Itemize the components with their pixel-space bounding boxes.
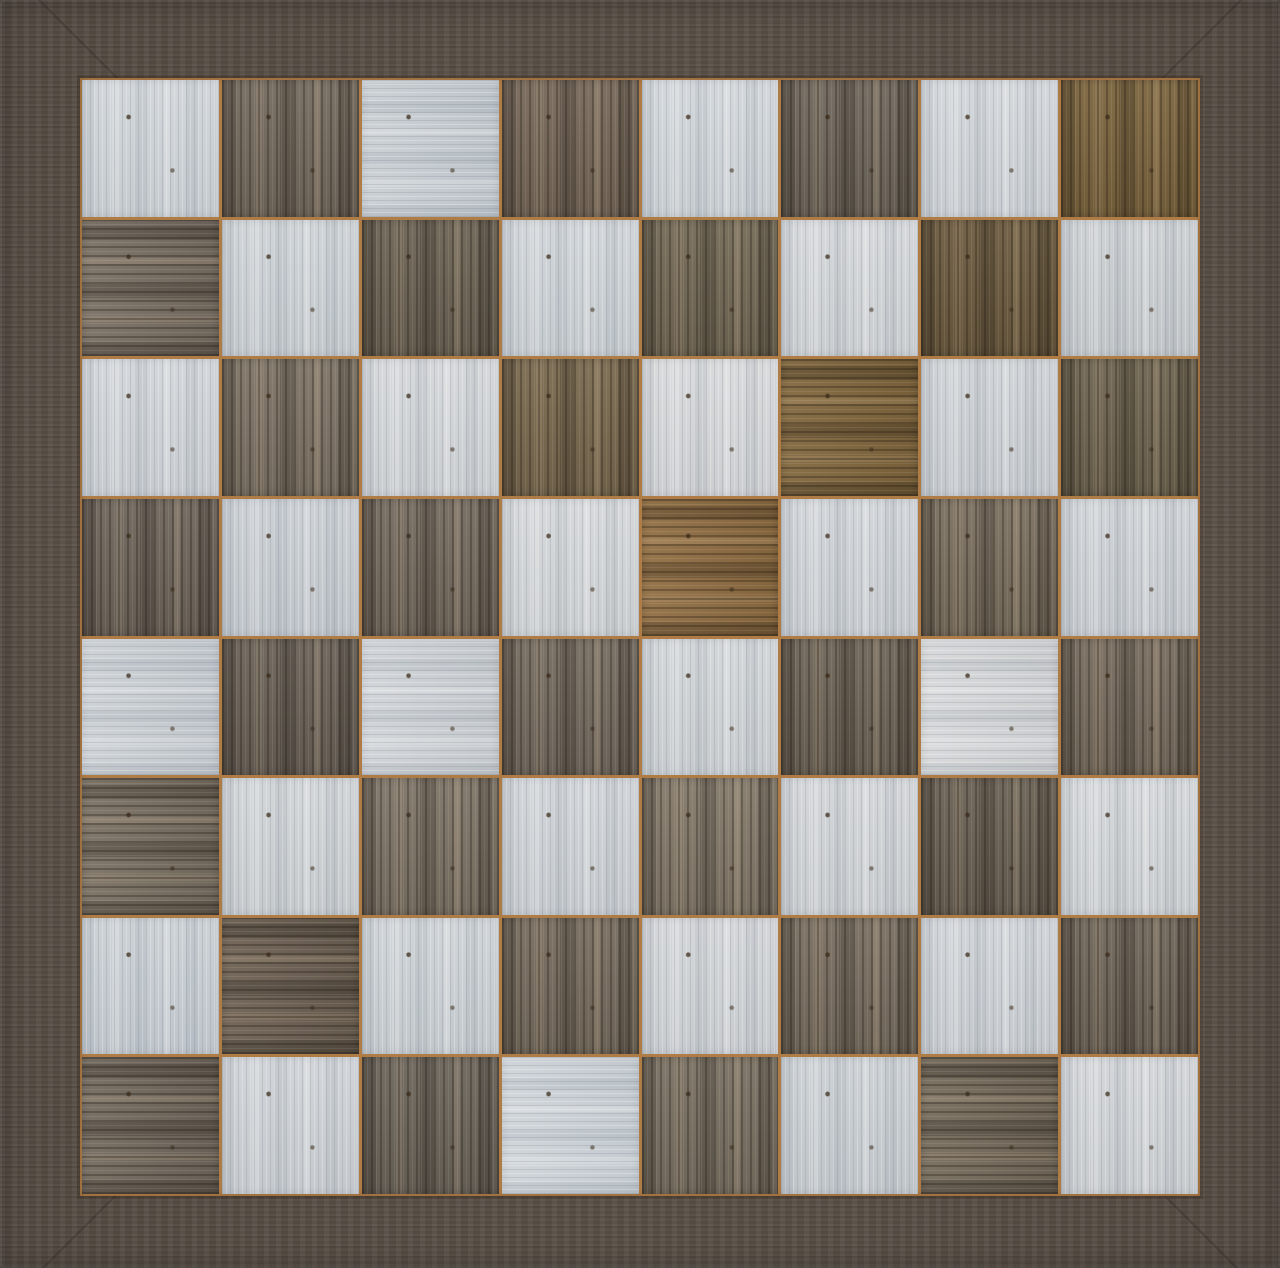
square-e8[interactable] bbox=[642, 80, 779, 217]
square-b1[interactable] bbox=[222, 1057, 359, 1194]
chess-board-grid bbox=[80, 78, 1200, 1196]
square-h1[interactable] bbox=[1061, 1057, 1198, 1194]
square-d4[interactable] bbox=[502, 639, 639, 776]
square-g3[interactable] bbox=[921, 778, 1058, 915]
square-g2[interactable] bbox=[921, 918, 1058, 1055]
square-f2[interactable] bbox=[781, 918, 918, 1055]
square-c7[interactable] bbox=[362, 220, 499, 357]
frame-miter-top-left bbox=[5, 0, 120, 80]
square-a7[interactable] bbox=[82, 220, 219, 357]
square-c4[interactable] bbox=[362, 639, 499, 776]
square-f1[interactable] bbox=[781, 1057, 918, 1194]
square-d7[interactable] bbox=[502, 220, 639, 357]
square-g1[interactable] bbox=[921, 1057, 1058, 1194]
square-b5[interactable] bbox=[222, 499, 359, 636]
square-a8[interactable] bbox=[82, 80, 219, 217]
square-d6[interactable] bbox=[502, 359, 639, 496]
square-g7[interactable] bbox=[921, 220, 1058, 357]
square-g4[interactable] bbox=[921, 639, 1058, 776]
square-d5[interactable] bbox=[502, 499, 639, 636]
square-f7[interactable] bbox=[781, 220, 918, 357]
square-b3[interactable] bbox=[222, 778, 359, 915]
square-h6[interactable] bbox=[1061, 359, 1198, 496]
square-e1[interactable] bbox=[642, 1057, 779, 1194]
square-d3[interactable] bbox=[502, 778, 639, 915]
square-f3[interactable] bbox=[781, 778, 918, 915]
chessboard-photo bbox=[0, 0, 1280, 1268]
square-f4[interactable] bbox=[781, 639, 918, 776]
square-h5[interactable] bbox=[1061, 499, 1198, 636]
square-b6[interactable] bbox=[222, 359, 359, 496]
square-c5[interactable] bbox=[362, 499, 499, 636]
square-a3[interactable] bbox=[82, 778, 219, 915]
frame-miter-top-right bbox=[1161, 0, 1276, 80]
square-e2[interactable] bbox=[642, 918, 779, 1055]
square-g6[interactable] bbox=[921, 359, 1058, 496]
square-a5[interactable] bbox=[82, 499, 219, 636]
square-g8[interactable] bbox=[921, 80, 1058, 217]
square-d1[interactable] bbox=[502, 1057, 639, 1194]
square-b8[interactable] bbox=[222, 80, 359, 217]
square-c6[interactable] bbox=[362, 359, 499, 496]
square-e7[interactable] bbox=[642, 220, 779, 357]
frame-miter-bottom-right bbox=[1161, 1192, 1276, 1268]
square-h8[interactable] bbox=[1061, 80, 1198, 217]
square-h7[interactable] bbox=[1061, 220, 1198, 357]
square-e5[interactable] bbox=[642, 499, 779, 636]
square-d8[interactable] bbox=[502, 80, 639, 217]
square-c2[interactable] bbox=[362, 918, 499, 1055]
square-c8[interactable] bbox=[362, 80, 499, 217]
square-g5[interactable] bbox=[921, 499, 1058, 636]
square-h4[interactable] bbox=[1061, 639, 1198, 776]
square-d2[interactable] bbox=[502, 918, 639, 1055]
square-c3[interactable] bbox=[362, 778, 499, 915]
square-b7[interactable] bbox=[222, 220, 359, 357]
square-b4[interactable] bbox=[222, 639, 359, 776]
square-h2[interactable] bbox=[1061, 918, 1198, 1055]
square-a4[interactable] bbox=[82, 639, 219, 776]
frame-miter-bottom-left bbox=[5, 1192, 120, 1268]
square-a1[interactable] bbox=[82, 1057, 219, 1194]
square-e3[interactable] bbox=[642, 778, 779, 915]
square-a6[interactable] bbox=[82, 359, 219, 496]
square-f6[interactable] bbox=[781, 359, 918, 496]
square-a2[interactable] bbox=[82, 918, 219, 1055]
square-b2[interactable] bbox=[222, 918, 359, 1055]
square-f8[interactable] bbox=[781, 80, 918, 217]
square-e4[interactable] bbox=[642, 639, 779, 776]
square-h3[interactable] bbox=[1061, 778, 1198, 915]
square-e6[interactable] bbox=[642, 359, 779, 496]
square-c1[interactable] bbox=[362, 1057, 499, 1194]
square-f5[interactable] bbox=[781, 499, 918, 636]
